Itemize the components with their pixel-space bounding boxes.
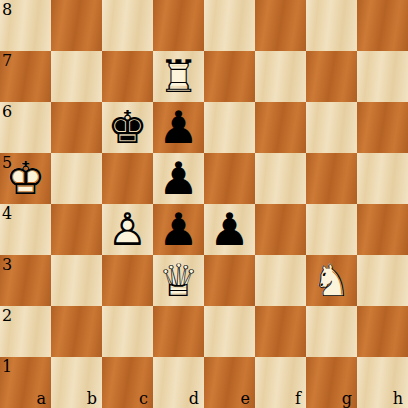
piece-black-pawn-d6[interactable]: ♟ [153, 102, 204, 153]
square-h7[interactable] [357, 51, 408, 102]
rank-label-3: 3 [2, 257, 12, 273]
square-c2[interactable] [102, 306, 153, 357]
square-e2[interactable] [204, 306, 255, 357]
square-f5[interactable] [255, 153, 306, 204]
square-c7[interactable] [102, 51, 153, 102]
square-f1[interactable]: f [255, 357, 306, 408]
square-b5[interactable] [51, 153, 102, 204]
piece-black-pawn-e4[interactable]: ♟ [204, 204, 255, 255]
file-label-g: g [342, 391, 352, 407]
square-g5[interactable] [306, 153, 357, 204]
file-label-h: h [393, 391, 403, 407]
square-b8[interactable] [51, 0, 102, 51]
square-a7[interactable]: 7 [0, 51, 51, 102]
square-d7[interactable]: ♜♖ [153, 51, 204, 102]
square-g1[interactable]: g [306, 357, 357, 408]
square-g2[interactable] [306, 306, 357, 357]
rank-label-2: 2 [2, 308, 12, 324]
piece-black-pawn-d4[interactable]: ♟ [153, 204, 204, 255]
square-g4[interactable] [306, 204, 357, 255]
square-g6[interactable] [306, 102, 357, 153]
square-h8[interactable] [357, 0, 408, 51]
file-label-c: c [139, 391, 148, 407]
square-g8[interactable] [306, 0, 357, 51]
square-c1[interactable]: c [102, 357, 153, 408]
white-queen-outline-glyph: ♕ [153, 255, 204, 306]
square-b1[interactable]: b [51, 357, 102, 408]
file-label-a: a [36, 391, 46, 407]
black-king-glyph: ♚ [102, 102, 153, 153]
square-a3[interactable]: 3 [0, 255, 51, 306]
square-d4[interactable]: ♟ [153, 204, 204, 255]
piece-black-king-c6[interactable]: ♚ [102, 102, 153, 153]
square-f8[interactable] [255, 0, 306, 51]
square-a4[interactable]: 4 [0, 204, 51, 255]
square-b4[interactable] [51, 204, 102, 255]
square-g7[interactable] [306, 51, 357, 102]
square-b3[interactable] [51, 255, 102, 306]
piece-white-queen-d3[interactable]: ♛♕ [153, 255, 204, 306]
rank-label-4: 4 [2, 206, 12, 222]
square-a5[interactable]: 5♚♔ [0, 153, 51, 204]
rank-label-6: 6 [2, 104, 12, 120]
square-c8[interactable] [102, 0, 153, 51]
black-pawn-glyph: ♟ [153, 102, 204, 153]
square-h5[interactable] [357, 153, 408, 204]
square-b7[interactable] [51, 51, 102, 102]
square-f3[interactable] [255, 255, 306, 306]
white-rook-outline-glyph: ♖ [153, 51, 204, 102]
square-c4[interactable]: ♟♙ [102, 204, 153, 255]
square-d1[interactable]: d [153, 357, 204, 408]
file-label-e: e [241, 391, 250, 407]
square-c6[interactable]: ♚ [102, 102, 153, 153]
square-f2[interactable] [255, 306, 306, 357]
piece-white-knight-g3[interactable]: ♞♘ [306, 255, 357, 306]
rank-label-7: 7 [2, 53, 12, 69]
rank-label-1: 1 [2, 359, 12, 375]
square-e6[interactable] [204, 102, 255, 153]
piece-white-pawn-c4[interactable]: ♟♙ [102, 204, 153, 255]
square-b2[interactable] [51, 306, 102, 357]
black-pawn-glyph: ♟ [153, 204, 204, 255]
file-label-f: f [295, 391, 301, 407]
white-pawn-outline-glyph: ♙ [102, 204, 153, 255]
square-h3[interactable] [357, 255, 408, 306]
piece-black-pawn-d5[interactable]: ♟ [153, 153, 204, 204]
square-d6[interactable]: ♟ [153, 102, 204, 153]
square-a6[interactable]: 6 [0, 102, 51, 153]
square-e5[interactable] [204, 153, 255, 204]
black-pawn-glyph: ♟ [204, 204, 255, 255]
square-f4[interactable] [255, 204, 306, 255]
file-label-d: d [189, 391, 199, 407]
square-c5[interactable] [102, 153, 153, 204]
square-e8[interactable] [204, 0, 255, 51]
square-d8[interactable] [153, 0, 204, 51]
square-h6[interactable] [357, 102, 408, 153]
square-h4[interactable] [357, 204, 408, 255]
square-h2[interactable] [357, 306, 408, 357]
square-e1[interactable]: e [204, 357, 255, 408]
square-c3[interactable] [102, 255, 153, 306]
black-pawn-glyph: ♟ [153, 153, 204, 204]
rank-label-5: 5 [2, 155, 12, 171]
square-e4[interactable]: ♟ [204, 204, 255, 255]
square-e7[interactable] [204, 51, 255, 102]
square-a8[interactable]: 8 [0, 0, 51, 51]
rank-label-8: 8 [2, 2, 12, 18]
piece-white-rook-d7[interactable]: ♜♖ [153, 51, 204, 102]
square-f6[interactable] [255, 102, 306, 153]
square-e3[interactable] [204, 255, 255, 306]
chess-board: 87♜♖6♚♟5♚♔♟4♟♙♟♟3♛♕♞♘21abcdefgh [0, 0, 408, 408]
square-d5[interactable]: ♟ [153, 153, 204, 204]
square-f7[interactable] [255, 51, 306, 102]
square-b6[interactable] [51, 102, 102, 153]
file-label-b: b [87, 391, 97, 407]
square-d2[interactable] [153, 306, 204, 357]
square-g3[interactable]: ♞♘ [306, 255, 357, 306]
white-knight-outline-glyph: ♘ [306, 255, 357, 306]
square-a1[interactable]: 1a [0, 357, 51, 408]
square-d3[interactable]: ♛♕ [153, 255, 204, 306]
square-h1[interactable]: h [357, 357, 408, 408]
square-a2[interactable]: 2 [0, 306, 51, 357]
